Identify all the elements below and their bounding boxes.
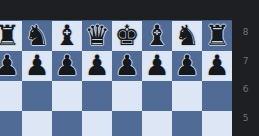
square-g7[interactable]: ♟ xyxy=(172,51,202,81)
square-f8[interactable]: ♝ xyxy=(142,21,172,51)
square-c8[interactable]: ♝ xyxy=(52,21,82,51)
square-b6[interactable] xyxy=(22,81,52,111)
black-pawn-piece[interactable]: ♟ xyxy=(114,51,139,81)
square-d6[interactable] xyxy=(82,81,112,111)
square-g5[interactable] xyxy=(172,111,202,136)
square-c6[interactable] xyxy=(52,81,82,111)
black-bishop-piece[interactable]: ♝ xyxy=(54,21,79,51)
square-h6[interactable] xyxy=(202,81,232,111)
square-a6[interactable] xyxy=(0,81,22,111)
black-bishop-piece[interactable]: ♝ xyxy=(144,21,169,51)
square-b7[interactable]: ♟ xyxy=(22,51,52,81)
black-knight-piece[interactable]: ♞ xyxy=(24,21,49,51)
rank-label-6: 6 xyxy=(239,85,252,94)
rank-label-7: 7 xyxy=(239,57,252,66)
chess-app-screen: ♜♞♝♛♚♝♞♜♟♟♟♟♟♟♟♟ 8 7 6 5 xyxy=(0,0,259,136)
black-king-piece[interactable]: ♚ xyxy=(114,21,139,51)
square-f5[interactable] xyxy=(142,111,172,136)
square-d7[interactable]: ♟ xyxy=(82,51,112,81)
square-g6[interactable] xyxy=(172,81,202,111)
black-rook-piece[interactable]: ♜ xyxy=(204,21,229,51)
square-d5[interactable] xyxy=(82,111,112,136)
black-pawn-piece[interactable]: ♟ xyxy=(84,51,109,81)
black-pawn-piece[interactable]: ♟ xyxy=(204,51,229,81)
square-c5[interactable] xyxy=(52,111,82,136)
rank-label-8: 8 xyxy=(239,28,252,37)
square-h7[interactable]: ♟ xyxy=(202,51,232,81)
black-pawn-piece[interactable]: ♟ xyxy=(0,51,20,81)
square-c7[interactable]: ♟ xyxy=(52,51,82,81)
square-e5[interactable] xyxy=(112,111,142,136)
chess-board: ♜♞♝♛♚♝♞♜♟♟♟♟♟♟♟♟ xyxy=(0,21,232,136)
black-pawn-piece[interactable]: ♟ xyxy=(24,51,49,81)
square-e6[interactable] xyxy=(112,81,142,111)
square-a5[interactable] xyxy=(0,111,22,136)
black-pawn-piece[interactable]: ♟ xyxy=(144,51,169,81)
square-a7[interactable]: ♟ xyxy=(0,51,22,81)
square-a8[interactable]: ♜ xyxy=(0,21,22,51)
black-pawn-piece[interactable]: ♟ xyxy=(54,51,79,81)
black-queen-piece[interactable]: ♛ xyxy=(84,21,109,51)
square-d8[interactable]: ♛ xyxy=(82,21,112,51)
square-f7[interactable]: ♟ xyxy=(142,51,172,81)
black-rook-piece[interactable]: ♜ xyxy=(0,21,20,51)
square-e8[interactable]: ♚ xyxy=(112,21,142,51)
square-e7[interactable]: ♟ xyxy=(112,51,142,81)
square-b5[interactable] xyxy=(22,111,52,136)
square-h8[interactable]: ♜ xyxy=(202,21,232,51)
square-g8[interactable]: ♞ xyxy=(172,21,202,51)
rank-label-5: 5 xyxy=(239,114,252,123)
square-f6[interactable] xyxy=(142,81,172,111)
black-knight-piece[interactable]: ♞ xyxy=(174,21,199,51)
black-pawn-piece[interactable]: ♟ xyxy=(174,51,199,81)
square-b8[interactable]: ♞ xyxy=(22,21,52,51)
square-h5[interactable] xyxy=(202,111,232,136)
